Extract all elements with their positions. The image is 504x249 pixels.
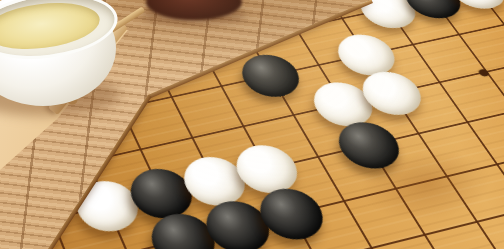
go-board-photo [0, 0, 504, 249]
